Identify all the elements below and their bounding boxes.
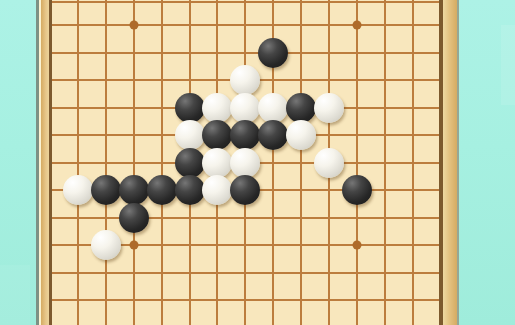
board-edge-line-right: [439, 0, 443, 325]
board-frame-outer-edge-right: [457, 0, 460, 325]
board-surface[interactable]: [49, 0, 443, 325]
background-sheen: [501, 25, 515, 105]
board-frame-wood-right: [443, 0, 457, 325]
background-sheen: [0, 265, 30, 325]
game-screen: [0, 0, 515, 325]
board-edge-line-left: [49, 0, 52, 325]
